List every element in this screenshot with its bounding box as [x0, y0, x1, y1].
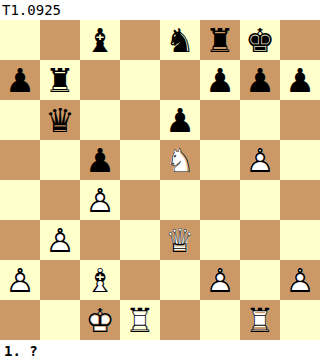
black-rook: ♜	[40, 60, 80, 100]
square-d2[interactable]	[120, 260, 160, 300]
black-queen: ♛	[40, 100, 80, 140]
square-g1[interactable]: ♜♖	[240, 300, 280, 340]
move-prompt: 1. ?	[0, 340, 320, 360]
square-c8[interactable]: ♝	[80, 20, 120, 60]
black-rook-glyph: ♜	[40, 60, 80, 100]
square-e7[interactable]	[160, 60, 200, 100]
square-g3[interactable]	[240, 220, 280, 260]
square-b7[interactable]: ♜	[40, 60, 80, 100]
square-d7[interactable]	[120, 60, 160, 100]
square-g4[interactable]	[240, 180, 280, 220]
square-g6[interactable]	[240, 100, 280, 140]
white-pawn-outline: ♙	[280, 260, 320, 300]
square-c7[interactable]	[80, 60, 120, 100]
square-b3[interactable]: ♟♙	[40, 220, 80, 260]
square-d1[interactable]: ♜♖	[120, 300, 160, 340]
black-bishop-glyph: ♝	[80, 20, 120, 60]
square-a7[interactable]: ♟	[0, 60, 40, 100]
black-pawn-glyph: ♟	[240, 60, 280, 100]
white-pawn: ♟♙	[0, 260, 40, 300]
white-pawn-outline: ♙	[240, 140, 280, 180]
square-g5[interactable]: ♟♙	[240, 140, 280, 180]
black-pawn: ♟	[280, 60, 320, 100]
square-f4[interactable]	[200, 180, 240, 220]
white-pawn-outline: ♙	[200, 260, 240, 300]
black-pawn-glyph: ♟	[0, 60, 40, 100]
square-d4[interactable]	[120, 180, 160, 220]
white-pawn-outline: ♙	[40, 220, 80, 260]
white-rook: ♜♖	[120, 300, 160, 340]
square-c3[interactable]	[80, 220, 120, 260]
square-e3[interactable]: ♛♕	[160, 220, 200, 260]
square-a4[interactable]	[0, 180, 40, 220]
square-e2[interactable]	[160, 260, 200, 300]
white-bishop-outline: ♗	[80, 260, 120, 300]
square-a3[interactable]	[0, 220, 40, 260]
square-d6[interactable]	[120, 100, 160, 140]
square-h7[interactable]: ♟	[280, 60, 320, 100]
square-f3[interactable]	[200, 220, 240, 260]
square-g8[interactable]: ♚	[240, 20, 280, 60]
white-rook-outline: ♖	[120, 300, 160, 340]
black-rook-glyph: ♜	[200, 20, 240, 60]
white-pawn: ♟♙	[280, 260, 320, 300]
white-rook-outline: ♖	[240, 300, 280, 340]
black-bishop: ♝	[80, 20, 120, 60]
black-pawn-glyph: ♟	[160, 100, 200, 140]
square-f1[interactable]	[200, 300, 240, 340]
square-e6[interactable]: ♟	[160, 100, 200, 140]
white-pawn-outline: ♙	[0, 260, 40, 300]
square-a8[interactable]	[0, 20, 40, 60]
square-d3[interactable]	[120, 220, 160, 260]
white-pawn-outline: ♙	[80, 180, 120, 220]
square-b2[interactable]	[40, 260, 80, 300]
square-e5[interactable]: ♞♘	[160, 140, 200, 180]
white-queen: ♛♕	[160, 220, 200, 260]
square-a6[interactable]	[0, 100, 40, 140]
square-a5[interactable]	[0, 140, 40, 180]
chess-puzzle-app: T1.0925 ♝♞♜♚♟♜♟♟♟♛♟♟♞♘♟♙♟♙♟♙♛♕♟♙♝♗♟♙♟♙♚♔…	[0, 0, 320, 360]
square-a2[interactable]: ♟♙	[0, 260, 40, 300]
square-h8[interactable]	[280, 20, 320, 60]
white-knight: ♞♘	[160, 140, 200, 180]
square-e1[interactable]	[160, 300, 200, 340]
square-b8[interactable]	[40, 20, 80, 60]
square-h2[interactable]: ♟♙	[280, 260, 320, 300]
square-h4[interactable]	[280, 180, 320, 220]
black-pawn: ♟	[0, 60, 40, 100]
white-king-outline: ♔	[80, 300, 120, 340]
square-d8[interactable]	[120, 20, 160, 60]
square-b6[interactable]: ♛	[40, 100, 80, 140]
black-pawn: ♟	[160, 100, 200, 140]
square-c4[interactable]: ♟♙	[80, 180, 120, 220]
square-c6[interactable]	[80, 100, 120, 140]
square-c5[interactable]: ♟	[80, 140, 120, 180]
square-g2[interactable]	[240, 260, 280, 300]
black-pawn-glyph: ♟	[80, 140, 120, 180]
black-pawn-glyph: ♟	[280, 60, 320, 100]
square-e8[interactable]: ♞	[160, 20, 200, 60]
square-c1[interactable]: ♚♔	[80, 300, 120, 340]
square-b1[interactable]	[40, 300, 80, 340]
square-f5[interactable]	[200, 140, 240, 180]
white-pawn: ♟♙	[240, 140, 280, 180]
square-d5[interactable]	[120, 140, 160, 180]
black-queen-glyph: ♛	[40, 100, 80, 140]
square-f8[interactable]: ♜	[200, 20, 240, 60]
puzzle-id: T1.0925	[0, 0, 320, 20]
square-f6[interactable]	[200, 100, 240, 140]
square-h3[interactable]	[280, 220, 320, 260]
black-knight: ♞	[160, 20, 200, 60]
black-knight-glyph: ♞	[160, 20, 200, 60]
black-pawn-glyph: ♟	[200, 60, 240, 100]
white-king: ♚♔	[80, 300, 120, 340]
square-b4[interactable]	[40, 180, 80, 220]
square-h5[interactable]	[280, 140, 320, 180]
square-h6[interactable]	[280, 100, 320, 140]
white-bishop: ♝♗	[80, 260, 120, 300]
square-h1[interactable]	[280, 300, 320, 340]
black-pawn: ♟	[200, 60, 240, 100]
square-g7[interactable]: ♟	[240, 60, 280, 100]
square-b5[interactable]	[40, 140, 80, 180]
square-a1[interactable]	[0, 300, 40, 340]
white-pawn: ♟♙	[200, 260, 240, 300]
white-pawn: ♟♙	[40, 220, 80, 260]
square-e4[interactable]	[160, 180, 200, 220]
black-king-glyph: ♚	[240, 20, 280, 60]
white-rook: ♜♖	[240, 300, 280, 340]
square-f2[interactable]: ♟♙	[200, 260, 240, 300]
black-rook: ♜	[200, 20, 240, 60]
black-pawn: ♟	[80, 140, 120, 180]
black-king: ♚	[240, 20, 280, 60]
black-pawn: ♟	[240, 60, 280, 100]
white-pawn: ♟♙	[80, 180, 120, 220]
chess-board: ♝♞♜♚♟♜♟♟♟♛♟♟♞♘♟♙♟♙♟♙♛♕♟♙♝♗♟♙♟♙♚♔♜♖♜♖	[0, 20, 320, 340]
square-f7[interactable]: ♟	[200, 60, 240, 100]
white-queen-outline: ♕	[160, 220, 200, 260]
white-knight-outline: ♘	[160, 140, 200, 180]
square-c2[interactable]: ♝♗	[80, 260, 120, 300]
